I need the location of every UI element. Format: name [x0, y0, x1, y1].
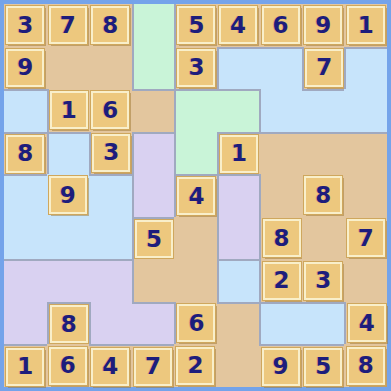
- given-digit: 7: [316, 56, 332, 79]
- tile-r2c8: 7: [305, 49, 343, 87]
- tile-r1c9: 1: [347, 6, 385, 44]
- given-digit: 6: [188, 312, 204, 335]
- cell-r5c8[interactable]: 8: [302, 174, 345, 217]
- cell-r3c7[interactable]: [259, 89, 302, 132]
- given-digit: 5: [146, 228, 162, 251]
- cell-r8c2[interactable]: 8: [47, 302, 90, 345]
- cell-r4c7[interactable]: [259, 132, 302, 175]
- cell-r5c9[interactable]: [344, 174, 387, 217]
- cell-r1c1[interactable]: 3: [4, 4, 47, 47]
- tile-r2c1: 9: [6, 49, 44, 87]
- cell-r9c6[interactable]: [217, 344, 260, 387]
- cell-r1c4[interactable]: [132, 4, 175, 47]
- cell-r1c9[interactable]: 1: [344, 4, 387, 47]
- cell-r5c6[interactable]: [217, 174, 260, 217]
- cell-r8c8[interactable]: [302, 302, 345, 345]
- cell-r1c2[interactable]: 7: [47, 4, 90, 47]
- given-digit: 6: [273, 14, 289, 37]
- tile-r6c4: 5: [135, 220, 173, 258]
- given-digit: 4: [230, 14, 246, 37]
- cell-r8c6[interactable]: [217, 302, 260, 345]
- tile-r8c2: 8: [50, 305, 88, 343]
- tile-r9c1: 1: [6, 348, 44, 386]
- cell-r3c9[interactable]: [344, 89, 387, 132]
- cell-r2c5[interactable]: 3: [174, 47, 217, 90]
- given-digit: 7: [145, 355, 161, 378]
- tile-r1c5: 5: [177, 6, 215, 44]
- tile-r9c4: 7: [134, 348, 172, 386]
- cell-r2c2[interactable]: [47, 47, 90, 90]
- given-digit: 7: [60, 14, 76, 37]
- cell-r1c8[interactable]: 9: [302, 4, 345, 47]
- cell-r4c2[interactable]: [47, 132, 90, 175]
- cell-r7c6[interactable]: [217, 259, 260, 302]
- given-digit: 4: [359, 312, 375, 335]
- cell-r3c3[interactable]: 6: [89, 89, 132, 132]
- tile-r1c3: 8: [91, 6, 129, 44]
- tile-r8c5: 6: [177, 304, 215, 342]
- tile-r4c1: 8: [6, 135, 44, 173]
- cell-r1c7[interactable]: 6: [259, 4, 302, 47]
- cell-r8c5[interactable]: 6: [174, 302, 217, 345]
- cell-r9c1[interactable]: 1: [4, 344, 47, 387]
- tile-r9c9: 8: [347, 347, 385, 385]
- given-digit: 5: [188, 14, 204, 37]
- cell-r6c4[interactable]: 5: [132, 217, 175, 260]
- given-digit: 2: [187, 354, 203, 377]
- given-digit: 5: [315, 355, 331, 378]
- tile-r9c2: 6: [49, 347, 87, 385]
- cell-r5c2[interactable]: 9: [47, 174, 90, 217]
- tile-r5c5: 4: [177, 177, 215, 215]
- cell-r3c1[interactable]: [4, 89, 47, 132]
- cell-r6c7[interactable]: 8: [259, 217, 302, 260]
- tile-r8c9: 4: [348, 304, 386, 342]
- cell-r5c3[interactable]: [89, 174, 132, 217]
- cell-r6c8[interactable]: [302, 217, 345, 260]
- cell-r2c9[interactable]: [344, 47, 387, 90]
- given-digit: 9: [17, 56, 33, 79]
- tile-r6c9: 7: [347, 219, 385, 257]
- cell-r9c3[interactable]: 4: [89, 344, 132, 387]
- cell-r5c7[interactable]: [259, 174, 302, 217]
- cell-r8c1[interactable]: [4, 302, 47, 345]
- cell-r9c4[interactable]: 7: [132, 344, 175, 387]
- cell-r2c7[interactable]: [259, 47, 302, 90]
- cell-r6c1[interactable]: [4, 217, 47, 260]
- cell-r3c4[interactable]: [132, 89, 175, 132]
- given-digit: 3: [315, 269, 331, 292]
- given-digit: 9: [273, 355, 289, 378]
- given-digit: 8: [274, 227, 290, 250]
- given-digit: 1: [17, 355, 33, 378]
- cell-r9c9[interactable]: 8: [344, 344, 387, 387]
- cell-r4c3[interactable]: 3: [89, 132, 132, 175]
- cell-r7c9[interactable]: [344, 259, 387, 302]
- cell-r5c1[interactable]: [4, 174, 47, 217]
- tile-r7c8: 3: [304, 262, 342, 300]
- cell-r8c4[interactable]: [132, 302, 175, 345]
- given-digit: 9: [315, 14, 331, 37]
- cell-r2c8[interactable]: 7: [302, 47, 345, 90]
- cell-r8c9[interactable]: 4: [344, 302, 387, 345]
- tile-r9c5: 2: [176, 347, 214, 385]
- tile-r5c8: 8: [304, 176, 342, 214]
- cell-r6c9[interactable]: 7: [344, 217, 387, 260]
- cell-r4c6[interactable]: 1: [217, 132, 260, 175]
- tile-r9c3: 4: [91, 348, 129, 386]
- cell-r9c7[interactable]: 9: [259, 344, 302, 387]
- tile-r1c6: 4: [219, 6, 257, 44]
- tile-r9c7: 9: [262, 348, 300, 386]
- cell-r2c3[interactable]: [89, 47, 132, 90]
- cell-r9c8[interactable]: 5: [302, 344, 345, 387]
- cell-r2c4[interactable]: [132, 47, 175, 90]
- given-digit: 2: [274, 269, 290, 292]
- tile-r9c8: 5: [304, 348, 342, 386]
- cell-r3c6[interactable]: [217, 89, 260, 132]
- cell-r4c9[interactable]: [344, 132, 387, 175]
- tile-r3c2: 1: [50, 91, 88, 129]
- tile-r1c8: 9: [304, 6, 342, 44]
- tile-r5c2: 9: [49, 176, 87, 214]
- tile-r6c7: 8: [263, 219, 301, 257]
- cell-r3c8[interactable]: [302, 89, 345, 132]
- given-digit: 8: [17, 142, 33, 165]
- cell-r2c1[interactable]: 9: [4, 47, 47, 90]
- given-digit: 1: [358, 14, 374, 37]
- tile-r1c7: 6: [262, 6, 300, 44]
- cell-r5c4[interactable]: [132, 174, 175, 217]
- cell-r7c2[interactable]: [47, 259, 90, 302]
- given-digit: 1: [231, 142, 247, 165]
- cell-r7c5[interactable]: [174, 259, 217, 302]
- given-digit: 3: [188, 56, 204, 79]
- given-digit: 9: [60, 184, 76, 207]
- cell-r4c5[interactable]: [174, 132, 217, 175]
- cell-r9c2[interactable]: 6: [47, 344, 90, 387]
- cell-r6c2[interactable]: [47, 217, 90, 260]
- cell-r8c7[interactable]: [259, 302, 302, 345]
- given-digit: 3: [103, 141, 119, 164]
- cell-r7c1[interactable]: [4, 259, 47, 302]
- cell-r4c1[interactable]: 8: [4, 132, 47, 175]
- cell-r4c8[interactable]: [302, 132, 345, 175]
- given-digit: 7: [358, 227, 374, 250]
- cell-r6c6[interactable]: [217, 217, 260, 260]
- cell-r5c5[interactable]: 4: [174, 174, 217, 217]
- cell-r8c3[interactable]: [89, 302, 132, 345]
- cell-r1c6[interactable]: 4: [217, 4, 260, 47]
- tile-r7c7: 2: [263, 262, 301, 300]
- cell-r6c3[interactable]: [89, 217, 132, 260]
- cell-r1c3[interactable]: 8: [89, 4, 132, 47]
- sudoku-board: 37854691937168319485872386416472958: [0, 0, 391, 391]
- given-digit: 8: [358, 354, 374, 377]
- given-digit: 8: [102, 14, 118, 37]
- given-digit: 6: [102, 99, 118, 122]
- tile-r1c1: 3: [6, 6, 44, 44]
- cell-r7c7[interactable]: 2: [259, 259, 302, 302]
- tile-r4c6: 1: [220, 135, 258, 173]
- given-digit: 8: [61, 313, 77, 336]
- cell-r1c5[interactable]: 5: [174, 4, 217, 47]
- tile-r3c3: 6: [91, 91, 129, 129]
- cell-r9c5[interactable]: 2: [174, 344, 217, 387]
- given-digit: 4: [188, 185, 204, 208]
- tile-r1c2: 7: [49, 6, 87, 44]
- given-digit: 8: [315, 184, 331, 207]
- given-digit: 1: [61, 99, 77, 122]
- cell-r2c6[interactable]: [217, 47, 260, 90]
- given-digit: 4: [102, 355, 118, 378]
- given-digit: 3: [17, 14, 33, 37]
- cell-r3c2[interactable]: 1: [47, 89, 90, 132]
- cell-r6c5[interactable]: [174, 217, 217, 260]
- cell-r7c3[interactable]: [89, 259, 132, 302]
- cell-r7c8[interactable]: 3: [302, 259, 345, 302]
- cell-r4c4[interactable]: [132, 132, 175, 175]
- cell-r7c4[interactable]: [132, 259, 175, 302]
- cell-r3c5[interactable]: [174, 89, 217, 132]
- tile-r2c5: 3: [177, 49, 215, 87]
- tile-r4c3: 3: [92, 134, 130, 172]
- given-digit: 6: [60, 354, 76, 377]
